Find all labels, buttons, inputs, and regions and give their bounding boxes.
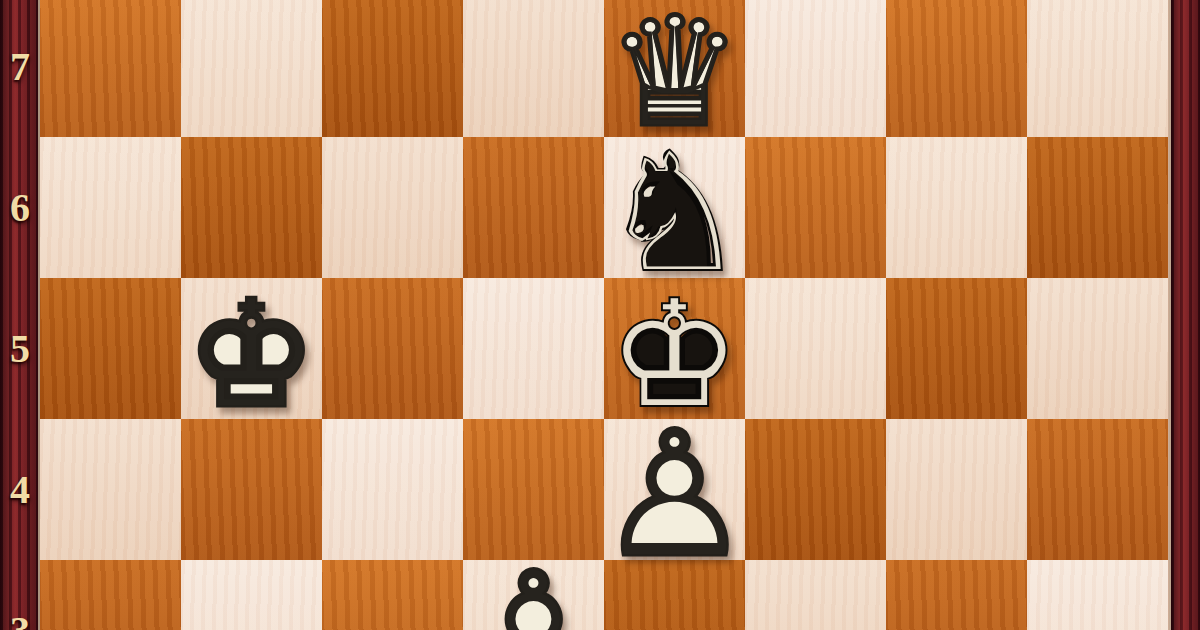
square-a4[interactable] [40,419,181,560]
square-g7[interactable] [886,0,1027,137]
rank-label-4: 4 [0,419,40,560]
square-h4[interactable] [1027,419,1168,560]
square-c4[interactable] [322,419,463,560]
square-c6[interactable] [322,137,463,278]
square-e6[interactable]: ♞♘ [604,137,745,278]
square-f5[interactable] [745,278,886,419]
square-g3[interactable] [886,560,1027,630]
rank-labels-column: 76543 [0,0,40,630]
square-g4[interactable] [886,419,1027,560]
white-king-outline-icon: ♔ [181,283,322,424]
square-d3[interactable]: ♟♙ [463,560,604,630]
white-pawn-outline-icon: ♙ [604,424,745,565]
piece-white-king-b5[interactable]: ♚♔ [181,283,322,424]
square-e4[interactable]: ♟♙ [604,419,745,560]
square-f6[interactable] [745,137,886,278]
square-c7[interactable] [322,0,463,137]
square-h3[interactable] [1027,560,1168,630]
square-a7[interactable] [40,0,181,137]
rank-label-5: 5 [0,278,40,419]
square-d5[interactable] [463,278,604,419]
chess-board-screenshot: ♛♕♞♘♚♔♚♔♟♙♟♙ 76543 [0,0,1200,630]
square-h5[interactable] [1027,278,1168,419]
black-knight-outline-icon: ♘ [604,142,745,283]
square-c5[interactable] [322,278,463,419]
square-a5[interactable] [40,278,181,419]
chess-board: ♛♕♞♘♚♔♚♔♟♙♟♙ [40,0,1168,630]
piece-white-pawn-e4[interactable]: ♟♙ [604,424,745,565]
square-b3[interactable] [181,560,322,630]
square-a6[interactable] [40,137,181,278]
rank-label-7: 7 [0,0,40,137]
square-b7[interactable] [181,0,322,137]
square-f7[interactable] [745,0,886,137]
square-d6[interactable] [463,137,604,278]
square-e7[interactable]: ♛♕ [604,0,745,137]
square-d7[interactable] [463,0,604,137]
square-a3[interactable] [40,560,181,630]
square-b6[interactable] [181,137,322,278]
square-h7[interactable] [1027,0,1168,137]
square-b5[interactable]: ♚♔ [181,278,322,419]
square-g5[interactable] [886,278,1027,419]
piece-black-knight-e6[interactable]: ♞♘ [604,142,745,283]
white-pawn-outline-icon: ♙ [463,565,604,630]
board-frame-right [1168,0,1200,630]
square-h6[interactable] [1027,137,1168,278]
rank-label-6: 6 [0,137,40,278]
piece-white-pawn-d3[interactable]: ♟♙ [463,565,604,630]
square-f3[interactable] [745,560,886,630]
rank-label-3: 3 [0,560,40,630]
square-c3[interactable] [322,560,463,630]
square-g6[interactable] [886,137,1027,278]
square-f4[interactable] [745,419,886,560]
square-b4[interactable] [181,419,322,560]
